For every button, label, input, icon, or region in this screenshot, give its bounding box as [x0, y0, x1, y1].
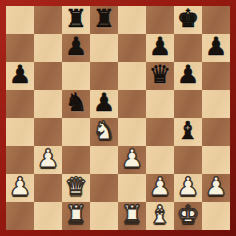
square-b1[interactable] — [34, 202, 62, 230]
square-e1[interactable]: ♜ — [118, 202, 146, 230]
square-e2[interactable] — [118, 174, 146, 202]
black-knight-c5[interactable]: ♞ — [65, 89, 87, 117]
square-g8[interactable]: ♚ — [174, 6, 202, 34]
square-e7[interactable] — [118, 34, 146, 62]
white-knight-d4[interactable]: ♞ — [93, 117, 115, 145]
white-pawn-g2[interactable]: ♟ — [177, 173, 199, 201]
square-e4[interactable] — [118, 118, 146, 146]
square-a2[interactable]: ♟ — [6, 174, 34, 202]
black-king-g8[interactable]: ♚ — [177, 5, 199, 33]
square-h6[interactable] — [202, 62, 230, 90]
square-a4[interactable] — [6, 118, 34, 146]
chess-board: ♜♜♚♟♟♟♟♛♟♞♟♞♝♟♟♟♛♟♟♟♜♜♝♚ — [6, 6, 230, 230]
square-b8[interactable] — [34, 6, 62, 34]
square-b6[interactable] — [34, 62, 62, 90]
square-g6[interactable]: ♟ — [174, 62, 202, 90]
white-pawn-h2[interactable]: ♟ — [205, 173, 227, 201]
square-a1[interactable] — [6, 202, 34, 230]
square-b4[interactable] — [34, 118, 62, 146]
square-c3[interactable] — [62, 146, 90, 174]
square-h8[interactable] — [202, 6, 230, 34]
square-g5[interactable] — [174, 90, 202, 118]
black-bishop-g4[interactable]: ♝ — [177, 117, 199, 145]
square-f4[interactable] — [146, 118, 174, 146]
square-h5[interactable] — [202, 90, 230, 118]
square-c7[interactable]: ♟ — [62, 34, 90, 62]
square-c5[interactable]: ♞ — [62, 90, 90, 118]
square-h4[interactable] — [202, 118, 230, 146]
square-g3[interactable] — [174, 146, 202, 174]
square-c4[interactable] — [62, 118, 90, 146]
white-pawn-a2[interactable]: ♟ — [9, 173, 31, 201]
square-f7[interactable]: ♟ — [146, 34, 174, 62]
square-g1[interactable]: ♚ — [174, 202, 202, 230]
square-h3[interactable] — [202, 146, 230, 174]
square-a8[interactable] — [6, 6, 34, 34]
square-c6[interactable] — [62, 62, 90, 90]
black-rook-c8[interactable]: ♜ — [65, 5, 87, 33]
square-g2[interactable]: ♟ — [174, 174, 202, 202]
square-h1[interactable] — [202, 202, 230, 230]
square-b5[interactable] — [34, 90, 62, 118]
square-e6[interactable] — [118, 62, 146, 90]
square-f6[interactable]: ♛ — [146, 62, 174, 90]
white-rook-c1[interactable]: ♜ — [65, 201, 87, 229]
black-pawn-c7[interactable]: ♟ — [65, 33, 87, 61]
square-g4[interactable]: ♝ — [174, 118, 202, 146]
square-c1[interactable]: ♜ — [62, 202, 90, 230]
square-b3[interactable]: ♟ — [34, 146, 62, 174]
square-c8[interactable]: ♜ — [62, 6, 90, 34]
square-f1[interactable]: ♝ — [146, 202, 174, 230]
black-pawn-h7[interactable]: ♟ — [205, 33, 227, 61]
square-d3[interactable] — [90, 146, 118, 174]
square-d1[interactable] — [90, 202, 118, 230]
square-d8[interactable]: ♜ — [90, 6, 118, 34]
square-a3[interactable] — [6, 146, 34, 174]
square-d4[interactable]: ♞ — [90, 118, 118, 146]
square-b2[interactable] — [34, 174, 62, 202]
white-pawn-e3[interactable]: ♟ — [121, 145, 143, 173]
white-queen-c2[interactable]: ♛ — [65, 173, 87, 201]
square-h2[interactable]: ♟ — [202, 174, 230, 202]
black-rook-d8[interactable]: ♜ — [93, 5, 115, 33]
white-pawn-b3[interactable]: ♟ — [37, 145, 59, 173]
white-pawn-f2[interactable]: ♟ — [149, 173, 171, 201]
white-bishop-f1[interactable]: ♝ — [149, 201, 171, 229]
square-d2[interactable] — [90, 174, 118, 202]
square-f8[interactable] — [146, 6, 174, 34]
square-a5[interactable] — [6, 90, 34, 118]
white-king-g1[interactable]: ♚ — [177, 201, 199, 229]
square-e8[interactable] — [118, 6, 146, 34]
square-e3[interactable]: ♟ — [118, 146, 146, 174]
black-pawn-g6[interactable]: ♟ — [177, 61, 199, 89]
square-c2[interactable]: ♛ — [62, 174, 90, 202]
square-a7[interactable] — [6, 34, 34, 62]
square-b7[interactable] — [34, 34, 62, 62]
square-e5[interactable] — [118, 90, 146, 118]
square-g7[interactable] — [174, 34, 202, 62]
square-d5[interactable]: ♟ — [90, 90, 118, 118]
white-rook-e1[interactable]: ♜ — [121, 201, 143, 229]
black-pawn-a6[interactable]: ♟ — [9, 61, 31, 89]
square-d6[interactable] — [90, 62, 118, 90]
square-f3[interactable] — [146, 146, 174, 174]
black-queen-f6[interactable]: ♛ — [149, 61, 171, 89]
square-f5[interactable] — [146, 90, 174, 118]
square-d7[interactable] — [90, 34, 118, 62]
square-f2[interactable]: ♟ — [146, 174, 174, 202]
black-pawn-d5[interactable]: ♟ — [93, 89, 115, 117]
black-pawn-f7[interactable]: ♟ — [149, 33, 171, 61]
square-h7[interactable]: ♟ — [202, 34, 230, 62]
square-a6[interactable]: ♟ — [6, 62, 34, 90]
board-frame: ♜♜♚♟♟♟♟♛♟♞♟♞♝♟♟♟♛♟♟♟♜♜♝♚ — [0, 0, 236, 236]
